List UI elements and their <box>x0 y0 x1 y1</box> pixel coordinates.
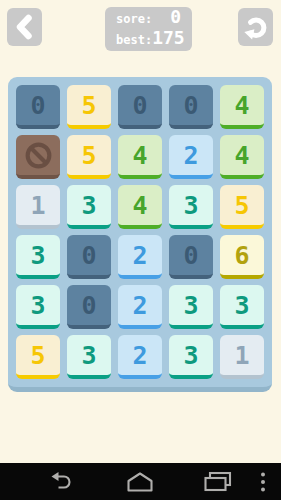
back-button[interactable] <box>7 8 42 46</box>
tile-r1c5[interactable]: 4 <box>220 85 264 129</box>
score-row: sore: 0 <box>116 8 181 28</box>
score-panel: sore: 0 best: 175 <box>105 7 192 51</box>
tile-r3c2[interactable]: 3 <box>67 185 111 229</box>
tile-r6c3[interactable]: 2 <box>118 335 162 379</box>
chevron-left-icon <box>13 13 37 41</box>
tile-r1c2[interactable]: 5 <box>67 85 111 129</box>
tile-r1c4[interactable]: 0 <box>169 85 213 129</box>
tile-r4c2[interactable]: 0 <box>67 235 111 279</box>
tile-r3c5[interactable]: 5 <box>220 185 264 229</box>
best-value: 175 <box>152 29 185 47</box>
app-screen: sore: 0 best: 175 0500454241343530206302… <box>0 0 281 500</box>
tile-r2c5[interactable]: 4 <box>220 135 264 179</box>
tile-r2c3[interactable]: 4 <box>118 135 162 179</box>
tile-r2c2[interactable]: 5 <box>67 135 111 179</box>
tile-r6c5[interactable]: 1 <box>220 335 264 379</box>
board: 05004542413435302063023353231 <box>8 77 272 392</box>
tile-r3c3[interactable]: 4 <box>118 185 162 229</box>
tile-r5c1[interactable]: 3 <box>16 285 60 329</box>
best-row: best: 175 <box>116 29 181 49</box>
tile-r4c4[interactable]: 0 <box>169 235 213 279</box>
tile-r4c5[interactable]: 6 <box>220 235 264 279</box>
tile-r1c3[interactable]: 0 <box>118 85 162 129</box>
score-value: 0 <box>170 8 181 26</box>
restart-button[interactable] <box>238 8 273 46</box>
tile-r5c5[interactable]: 3 <box>220 285 264 329</box>
tile-r2c4[interactable]: 2 <box>169 135 213 179</box>
tile-r4c1[interactable]: 3 <box>16 235 60 279</box>
best-label: best: <box>116 31 152 49</box>
tile-r6c4[interactable]: 3 <box>169 335 213 379</box>
tile-r5c4[interactable]: 3 <box>169 285 213 329</box>
nav-recents-button[interactable] <box>204 471 232 492</box>
tile-r6c2[interactable]: 3 <box>67 335 111 379</box>
nav-home-button[interactable] <box>127 471 153 492</box>
tile-r5c2[interactable]: 0 <box>67 285 111 329</box>
tile-r1c1[interactable]: 0 <box>16 85 60 129</box>
tile-r3c1[interactable]: 1 <box>16 185 60 229</box>
restart-icon <box>242 13 270 41</box>
nav-back-button[interactable] <box>48 471 75 493</box>
android-nav-bar <box>0 463 281 500</box>
no-entry-icon <box>23 140 54 171</box>
tile-r3c4[interactable]: 3 <box>169 185 213 229</box>
tile-r6c1[interactable]: 5 <box>16 335 60 379</box>
nav-overflow-button[interactable] <box>260 472 266 492</box>
score-label: sore: <box>116 10 152 28</box>
tile-r2c1-blocked[interactable] <box>16 135 60 179</box>
tile-r4c3[interactable]: 2 <box>118 235 162 279</box>
tile-r5c3[interactable]: 2 <box>118 285 162 329</box>
